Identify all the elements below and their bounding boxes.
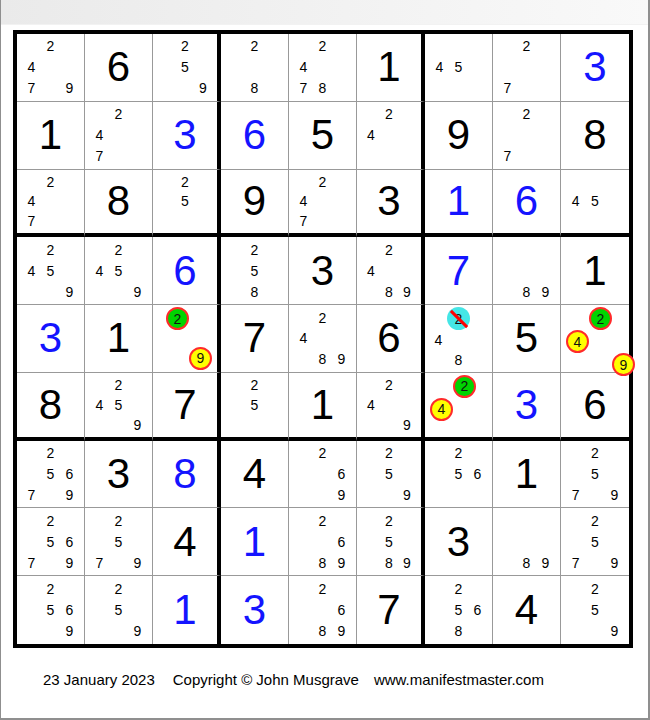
cell-r1c6[interactable]: 1 — [357, 34, 425, 102]
candidate-slot-1 — [294, 443, 313, 464]
cell-value: 7 — [447, 250, 470, 292]
candidate-slot-2: 2 — [585, 510, 604, 531]
candidate-slot-3 — [332, 510, 351, 531]
candidate-2: 2 — [47, 514, 55, 528]
candidate-slot-9: 9 — [398, 415, 416, 435]
candidate-grid: 247 — [17, 170, 84, 234]
candidate-2: 2 — [385, 514, 393, 528]
cell-value: 7 — [377, 589, 400, 631]
cell-value: 5 — [311, 114, 334, 156]
candidate-slot-6 — [476, 398, 487, 421]
cell-r9c8[interactable]: 4 — [493, 576, 561, 644]
candidate-5: 5 — [47, 603, 55, 617]
cell-r5c2[interactable]: 1 — [85, 305, 153, 373]
candidate-5: 5 — [115, 264, 123, 278]
candidate-slot-7: 7 — [498, 78, 517, 99]
cell-r9c6[interactable]: 7 — [357, 576, 425, 644]
cell-r6c2[interactable]: 2459 — [85, 373, 153, 441]
cell-r9c3[interactable]: 1 — [153, 576, 221, 644]
candidate-5: 5 — [115, 535, 123, 549]
candidate-slot-2: 2 — [453, 375, 476, 398]
cell-r2c5[interactable]: 5 — [289, 102, 357, 170]
candidate-slot-2 — [517, 510, 536, 531]
cell-r2c4[interactable]: 6 — [221, 102, 289, 170]
cell-r6c4[interactable]: 25 — [221, 373, 289, 441]
candidate-2: 2 — [251, 39, 259, 53]
candidate-slot-8 — [41, 211, 60, 231]
candidate-4: 4 — [367, 398, 375, 412]
candidate-2-cyan-eliminated: 2 — [447, 307, 470, 330]
candidate-slot-9 — [128, 146, 147, 167]
candidate-slot-3 — [468, 578, 487, 599]
cell-r1c1[interactable]: 2479 — [17, 34, 85, 102]
cell-r3c6[interactable]: 3 — [357, 170, 425, 238]
cell-r8c9[interactable]: 2579 — [561, 508, 629, 576]
candidate-slot-9: 9 — [398, 552, 416, 573]
candidate-slot-4 — [498, 260, 517, 281]
cell-r6c5[interactable]: 1 — [289, 373, 357, 441]
candidate-slot-4: 4 — [90, 125, 109, 146]
cell-r3c3[interactable]: 25 — [153, 170, 221, 238]
candidate-slot-3 — [468, 36, 487, 57]
candidate-slot-1 — [566, 578, 585, 599]
candidate-slot-7 — [90, 281, 109, 302]
cell-r9c5[interactable]: 2689 — [289, 576, 357, 644]
candidate-slot-3 — [470, 307, 487, 330]
candidate-slot-6 — [194, 57, 212, 78]
cell-value: 3 — [243, 589, 266, 631]
cell-r4c7[interactable]: 7 — [425, 237, 493, 305]
cell-r1c2[interactable]: 6 — [85, 34, 153, 102]
cell-value: 3 — [39, 317, 62, 359]
candidate-9: 9 — [66, 81, 74, 95]
candidate-5: 5 — [47, 264, 55, 278]
candidate-9: 9 — [134, 418, 142, 432]
cell-r2c1[interactable]: 1 — [17, 102, 85, 170]
cell-r8c2[interactable]: 2579 — [85, 508, 153, 576]
candidate-grid: 2589 — [357, 508, 421, 575]
candidate-slot-4: 4 — [22, 260, 41, 281]
candidate-slot-8 — [449, 78, 468, 99]
candidate-slot-1 — [158, 307, 166, 330]
candidate-9: 9 — [134, 624, 142, 638]
candidate-9: 9 — [610, 488, 618, 502]
cell-r4c3[interactable]: 6 — [153, 237, 221, 305]
candidate-4: 4 — [435, 333, 443, 347]
candidate-slot-2: 2 — [109, 104, 128, 125]
cell-r8c7[interactable]: 3 — [425, 508, 493, 576]
candidate-8: 8 — [251, 285, 259, 299]
candidate-slot-7: 7 — [498, 146, 517, 167]
candidate-2: 2 — [319, 582, 327, 596]
candidate-slot-4 — [90, 531, 109, 552]
candidate-slot-9: 9 — [536, 281, 555, 302]
cell-r4c5[interactable]: 3 — [289, 237, 357, 305]
candidate-2: 2 — [47, 446, 55, 460]
candidate-slot-9: 9 — [60, 281, 79, 302]
cell-r7c1[interactable]: 25679 — [17, 441, 85, 509]
candidate-slot-5: 5 — [380, 531, 398, 552]
cell-r2c2[interactable]: 247 — [85, 102, 153, 170]
candidate-slot-3 — [264, 239, 283, 260]
candidate-slot-1 — [362, 375, 380, 395]
candidate-9: 9 — [610, 556, 618, 570]
cell-r8c5[interactable]: 2689 — [289, 508, 357, 576]
candidate-slot-8 — [453, 421, 476, 435]
candidate-grid: 249 — [561, 305, 629, 372]
candidate-slot-3 — [194, 36, 212, 57]
candidate-9: 9 — [338, 556, 346, 570]
candidate-slot-6: 6 — [60, 531, 79, 552]
candidate-slot-6 — [60, 260, 79, 281]
candidate-8: 8 — [523, 556, 531, 570]
candidate-slot-5: 5 — [245, 260, 264, 281]
cell-r7c5[interactable]: 269 — [289, 441, 357, 509]
cell-r9c9[interactable]: 259 — [561, 576, 629, 644]
candidate-slot-2: 2 — [313, 443, 332, 464]
candidate-slot-8 — [109, 415, 128, 435]
cell-r7c7[interactable]: 256 — [425, 441, 493, 509]
candidate-slot-6 — [470, 330, 487, 350]
cell-r6c9[interactable]: 6 — [561, 373, 629, 441]
cell-r8c8[interactable]: 89 — [493, 508, 561, 576]
candidate-2: 2 — [319, 311, 327, 325]
candidate-slot-6: 6 — [468, 464, 487, 485]
candidate-grid: 27 — [493, 34, 560, 101]
candidate-slot-2: 2 — [245, 36, 264, 57]
candidate-slot-1 — [90, 239, 109, 260]
candidate-grid: 2489 — [289, 305, 356, 372]
candidate-5: 5 — [115, 603, 123, 617]
candidate-slot-8: 8 — [449, 621, 468, 642]
candidate-grid: 2579 — [561, 441, 629, 508]
candidate-slot-8: 8 — [447, 350, 470, 370]
candidate-9: 9 — [66, 624, 74, 638]
candidate-slot-8 — [585, 552, 604, 573]
candidate-slot-6 — [398, 260, 416, 281]
candidate-slot-5 — [109, 125, 128, 146]
candidate-slot-6 — [194, 191, 212, 211]
candidate-6: 6 — [338, 603, 346, 617]
cell-r2c7[interactable]: 9 — [425, 102, 493, 170]
cell-r4c4[interactable]: 258 — [221, 237, 289, 305]
page: 2479625928247814527312473652492782478259… — [0, 0, 650, 720]
candidate-slot-3 — [468, 443, 487, 464]
candidate-slot-6 — [536, 125, 555, 146]
candidate-grid: 45 — [425, 34, 492, 101]
candidate-4: 4 — [96, 398, 104, 412]
candidate-slot-8: 8 — [313, 621, 332, 642]
cell-r7c2[interactable]: 3 — [85, 441, 153, 509]
candidate-slot-8 — [245, 415, 264, 435]
candidate-slot-9 — [536, 146, 555, 167]
candidate-slot-7: 7 — [90, 146, 109, 167]
candidate-slot-5 — [313, 531, 332, 552]
candidate-slot-6 — [398, 125, 416, 146]
candidate-5: 5 — [591, 194, 599, 208]
candidate-slot-5 — [313, 191, 332, 211]
cell-r5c5[interactable]: 2489 — [289, 305, 357, 373]
candidate-slot-6: 6 — [332, 599, 351, 620]
cell-r5c7[interactable]: 248 — [425, 305, 493, 373]
candidate-slot-1 — [90, 375, 109, 395]
cell-r1c7[interactable]: 45 — [425, 34, 493, 102]
cell-r5c6[interactable]: 6 — [357, 305, 425, 373]
candidate-8: 8 — [251, 81, 259, 95]
candidate-4: 4 — [96, 128, 104, 142]
candidate-7: 7 — [504, 149, 512, 163]
candidate-grid: 256 — [425, 441, 492, 508]
candidate-slot-5: 5 — [109, 531, 128, 552]
candidate-slot-9: 9 — [60, 485, 79, 506]
candidate-8: 8 — [319, 352, 327, 366]
candidate-slot-9: 9 — [605, 485, 624, 506]
candidate-8: 8 — [523, 285, 531, 299]
cell-value: 3 — [173, 114, 196, 156]
candidate-slot-4 — [566, 464, 585, 485]
candidate-grid: 269 — [289, 441, 356, 508]
candidate-slot-9: 9 — [612, 353, 635, 376]
candidate-2: 2 — [523, 39, 531, 53]
cell-r9c7[interactable]: 2568 — [425, 576, 493, 644]
candidate-slot-3 — [536, 104, 555, 125]
candidate-slot-6 — [536, 57, 555, 78]
cell-r2c6[interactable]: 24 — [357, 102, 425, 170]
candidate-2: 2 — [115, 514, 123, 528]
candidate-slot-1 — [90, 578, 109, 599]
cell-r7c3[interactable]: 8 — [153, 441, 221, 509]
candidate-slot-2: 2 — [380, 375, 398, 395]
candidate-9: 9 — [403, 488, 411, 502]
candidate-slot-4: 4 — [294, 191, 313, 211]
cell-r5c3[interactable]: 29 — [153, 305, 221, 373]
candidate-slot-3 — [332, 36, 351, 57]
candidate-2: 2 — [115, 107, 123, 121]
candidate-slot-7 — [430, 421, 453, 435]
cell-r4c6[interactable]: 2489 — [357, 237, 425, 305]
candidate-slot-5: 5 — [585, 464, 604, 485]
candidate-slot-5: 5 — [109, 599, 128, 620]
cell-r6c3[interactable]: 7 — [153, 373, 221, 441]
cell-r1c4[interactable]: 28 — [221, 34, 289, 102]
candidate-2: 2 — [319, 514, 327, 528]
candidate-9: 9 — [338, 624, 346, 638]
candidate-slot-7 — [498, 281, 517, 302]
cell-value: 6 — [107, 46, 130, 88]
cell-r3c5[interactable]: 247 — [289, 170, 357, 238]
candidate-slot-8 — [166, 347, 189, 370]
candidate-slot-2: 2 — [313, 510, 332, 531]
candidate-grid: 258 — [221, 237, 288, 304]
candidate-slot-7 — [362, 485, 380, 506]
cell-r2c3[interactable]: 3 — [153, 102, 221, 170]
candidate-slot-1 — [22, 443, 41, 464]
cell-r4c2[interactable]: 2459 — [85, 237, 153, 305]
cell-r3c2[interactable]: 8 — [85, 170, 153, 238]
candidate-2: 2 — [115, 378, 123, 392]
candidate-slot-4 — [158, 191, 176, 211]
candidate-slot-8 — [380, 415, 398, 435]
cell-r3c7[interactable]: 1 — [425, 170, 493, 238]
candidate-9: 9 — [66, 488, 74, 502]
cell-value: 8 — [39, 384, 62, 426]
candidate-slot-9: 9 — [128, 281, 147, 302]
candidate-slot-8: 8 — [313, 552, 332, 573]
candidate-slot-7: 7 — [22, 485, 41, 506]
candidate-9: 9 — [542, 556, 550, 570]
cell-r1c8[interactable]: 27 — [493, 34, 561, 102]
candidate-slot-2: 2 — [449, 443, 468, 464]
candidate-slot-8: 8 — [380, 281, 398, 302]
candidate-grid: 2568 — [425, 576, 492, 644]
candidate-slot-1 — [22, 36, 41, 57]
candidate-2-green-circle: 2 — [166, 307, 189, 330]
candidate-grid: 2479 — [17, 34, 84, 101]
cell-value: 8 — [583, 114, 606, 156]
cell-r6c7[interactable]: 24 — [425, 373, 493, 441]
candidate-slot-7 — [226, 281, 245, 302]
candidate-slot-4 — [294, 464, 313, 485]
candidate-9: 9 — [134, 556, 142, 570]
candidate-slot-6 — [128, 531, 147, 552]
candidate-slot-6 — [536, 260, 555, 281]
candidate-slot-8: 8 — [313, 78, 332, 99]
candidate-slot-9: 9 — [332, 349, 351, 370]
candidate-slot-3 — [128, 239, 147, 260]
candidate-slot-4 — [158, 330, 166, 347]
candidate-7: 7 — [300, 81, 308, 95]
candidate-slot-4 — [362, 464, 380, 485]
candidate-5: 5 — [115, 398, 123, 412]
candidate-slot-2: 2 — [176, 172, 194, 192]
candidate-grid: 29 — [153, 305, 217, 372]
candidate-7: 7 — [572, 488, 580, 502]
cell-r7c9[interactable]: 2579 — [561, 441, 629, 509]
candidate-8: 8 — [385, 285, 393, 299]
cell-r9c4[interactable]: 3 — [221, 576, 289, 644]
candidate-slot-7 — [294, 349, 313, 370]
candidate-9: 9 — [403, 418, 411, 432]
candidate-2: 2 — [251, 243, 259, 257]
candidate-slot-5 — [517, 125, 536, 146]
cell-r7c6[interactable]: 259 — [357, 441, 425, 509]
candidate-slot-8 — [380, 485, 398, 506]
cell-r5c4[interactable]: 7 — [221, 305, 289, 373]
cell-value: 1 — [447, 180, 470, 222]
candidate-slot-5 — [313, 328, 332, 349]
cell-r1c5[interactable]: 2478 — [289, 34, 357, 102]
candidate-slot-6: 6 — [332, 464, 351, 485]
cell-r1c3[interactable]: 259 — [153, 34, 221, 102]
candidate-slot-7: 7 — [566, 485, 585, 506]
candidate-grid: 249 — [357, 373, 421, 437]
cell-r9c2[interactable]: 259 — [85, 576, 153, 644]
candidate-slot-2: 2 — [41, 578, 60, 599]
cell-r4c9[interactable]: 1 — [561, 237, 629, 305]
candidate-6: 6 — [66, 467, 74, 481]
cell-value: 4 — [173, 521, 196, 563]
elimination-slash — [449, 309, 467, 327]
cell-r1c9[interactable]: 3 — [561, 34, 629, 102]
cell-value: 6 — [377, 317, 400, 359]
candidate-slot-9 — [264, 78, 283, 99]
candidate-slot-9: 9 — [398, 281, 416, 302]
candidate-slot-5 — [245, 57, 264, 78]
cell-r4c1[interactable]: 2459 — [17, 237, 85, 305]
candidate-slot-7 — [430, 350, 447, 370]
candidate-slot-9 — [264, 281, 283, 302]
candidate-2: 2 — [115, 243, 123, 257]
cell-r3c8[interactable]: 6 — [493, 170, 561, 238]
candidate-slot-1 — [566, 510, 585, 531]
candidate-5: 5 — [591, 603, 599, 617]
candidate-slot-3 — [612, 307, 635, 330]
cell-r8c3[interactable]: 4 — [153, 508, 221, 576]
cell-r9c1[interactable]: 2569 — [17, 576, 85, 644]
cell-r8c4[interactable]: 1 — [221, 508, 289, 576]
candidate-slot-2: 2 — [245, 239, 264, 260]
cell-r5c1[interactable]: 3 — [17, 305, 85, 373]
cell-r5c9[interactable]: 249 — [561, 305, 629, 373]
cell-r5c8[interactable]: 5 — [493, 305, 561, 373]
cell-r4c8[interactable]: 89 — [493, 237, 561, 305]
candidate-slot-4: 4 — [430, 330, 447, 350]
candidate-2: 2 — [385, 243, 393, 257]
cell-r6c8[interactable]: 3 — [493, 373, 561, 441]
candidate-slot-8 — [176, 211, 194, 231]
candidate-2: 2 — [47, 243, 55, 257]
cell-r7c4[interactable]: 4 — [221, 441, 289, 509]
cell-value: 6 — [173, 250, 196, 292]
candidate-slot-2: 2 — [585, 443, 604, 464]
candidate-4: 4 — [367, 128, 375, 142]
candidate-5: 5 — [385, 535, 393, 549]
candidate-5: 5 — [591, 467, 599, 481]
candidate-grid: 259 — [153, 34, 217, 101]
cell-r7c8[interactable]: 1 — [493, 441, 561, 509]
candidate-7: 7 — [572, 556, 580, 570]
candidate-slot-7 — [158, 78, 176, 99]
candidate-slot-3 — [332, 172, 351, 192]
candidate-slot-4: 4 — [294, 328, 313, 349]
cell-r3c1[interactable]: 247 — [17, 170, 85, 238]
cell-r2c9[interactable]: 8 — [561, 102, 629, 170]
cell-r6c6[interactable]: 249 — [357, 373, 425, 441]
candidate-slot-7: 7 — [566, 552, 585, 573]
candidate-slot-1 — [226, 239, 245, 260]
cell-r3c9[interactable]: 45 — [561, 170, 629, 238]
candidate-5: 5 — [47, 535, 55, 549]
candidate-slot-3 — [605, 172, 624, 192]
candidate-slot-9: 9 — [189, 347, 212, 370]
candidate-grid: 2478 — [289, 34, 356, 101]
candidate-slot-5 — [589, 330, 612, 353]
candidate-slot-1 — [566, 172, 585, 192]
candidate-slot-7 — [362, 281, 380, 302]
candidate-slot-3 — [60, 578, 79, 599]
cell-r3c4[interactable]: 9 — [221, 170, 289, 238]
candidate-slot-1 — [498, 36, 517, 57]
candidate-slot-3 — [264, 375, 283, 395]
cell-r2c8[interactable]: 27 — [493, 102, 561, 170]
candidate-slot-9 — [332, 78, 351, 99]
cell-r6c1[interactable]: 8 — [17, 373, 85, 441]
candidate-slot-8: 8 — [517, 552, 536, 573]
cell-r8c6[interactable]: 2589 — [357, 508, 425, 576]
candidate-slot-6 — [128, 599, 147, 620]
cell-r8c1[interactable]: 25679 — [17, 508, 85, 576]
cell-value: 6 — [515, 180, 538, 222]
